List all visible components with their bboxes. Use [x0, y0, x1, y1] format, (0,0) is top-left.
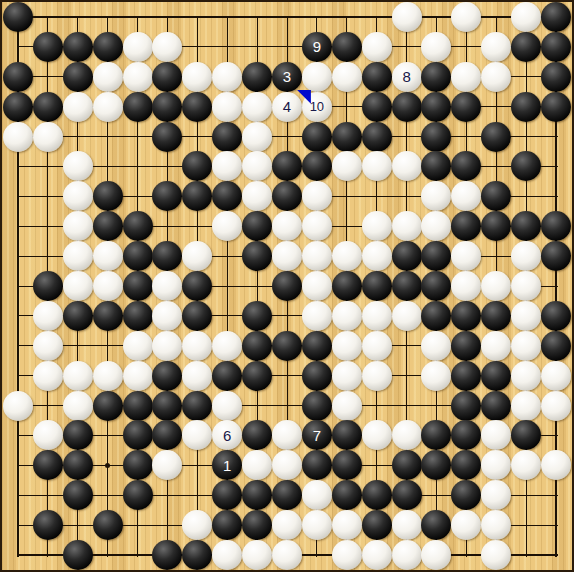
white-stone[interactable]: [332, 510, 362, 540]
move-number-label: 7: [313, 428, 321, 443]
white-stone[interactable]: [182, 361, 212, 391]
black-stone[interactable]: [63, 301, 93, 331]
white-stone[interactable]: [33, 331, 63, 361]
white-stone[interactable]: [212, 391, 242, 421]
black-stone[interactable]: 3: [272, 62, 302, 92]
grid-line-horizontal: [18, 136, 558, 137]
black-stone[interactable]: [481, 301, 511, 331]
black-stone[interactable]: [451, 331, 481, 361]
black-stone[interactable]: [152, 122, 182, 152]
white-stone[interactable]: 4: [272, 92, 302, 122]
black-stone[interactable]: [63, 540, 93, 570]
black-stone[interactable]: [3, 62, 33, 92]
white-stone[interactable]: [332, 391, 362, 421]
white-stone[interactable]: [302, 241, 332, 271]
black-stone[interactable]: [332, 32, 362, 62]
white-stone[interactable]: [302, 480, 332, 510]
black-stone[interactable]: [63, 450, 93, 480]
black-stone[interactable]: [242, 361, 272, 391]
white-stone[interactable]: [392, 540, 422, 570]
black-stone[interactable]: [212, 480, 242, 510]
white-stone[interactable]: [511, 331, 541, 361]
white-stone[interactable]: [451, 2, 481, 32]
black-stone[interactable]: [182, 271, 212, 301]
black-stone[interactable]: [481, 211, 511, 241]
white-stone[interactable]: [93, 271, 123, 301]
white-stone[interactable]: [332, 331, 362, 361]
black-stone[interactable]: [421, 450, 451, 480]
white-stone[interactable]: [272, 420, 302, 450]
black-stone[interactable]: [3, 2, 33, 32]
white-stone[interactable]: [152, 331, 182, 361]
black-stone[interactable]: [451, 211, 481, 241]
black-stone[interactable]: [182, 391, 212, 421]
white-stone[interactable]: [212, 151, 242, 181]
black-stone[interactable]: [302, 361, 332, 391]
black-stone[interactable]: [33, 510, 63, 540]
move-number-label: 1: [223, 458, 231, 473]
white-stone[interactable]: [242, 181, 272, 211]
white-stone[interactable]: [362, 420, 392, 450]
white-stone[interactable]: [421, 32, 451, 62]
black-stone[interactable]: [272, 480, 302, 510]
black-stone[interactable]: [93, 391, 123, 421]
white-stone[interactable]: [302, 510, 332, 540]
white-stone[interactable]: [302, 211, 332, 241]
white-stone[interactable]: [511, 301, 541, 331]
black-stone[interactable]: [332, 122, 362, 152]
black-stone[interactable]: [123, 391, 153, 421]
black-stone[interactable]: [451, 450, 481, 480]
black-stone[interactable]: [272, 271, 302, 301]
go-board[interactable]: 938410671: [0, 0, 574, 572]
black-stone[interactable]: [123, 92, 153, 122]
white-stone[interactable]: [332, 62, 362, 92]
black-stone[interactable]: [511, 92, 541, 122]
white-stone[interactable]: [362, 331, 392, 361]
white-stone[interactable]: [481, 480, 511, 510]
black-stone[interactable]: [63, 32, 93, 62]
black-stone[interactable]: [392, 92, 422, 122]
white-stone[interactable]: [33, 301, 63, 331]
black-stone[interactable]: [33, 92, 63, 122]
black-stone[interactable]: [362, 271, 392, 301]
black-stone[interactable]: [242, 211, 272, 241]
white-stone[interactable]: [481, 540, 511, 570]
white-stone[interactable]: [63, 271, 93, 301]
white-stone[interactable]: [421, 331, 451, 361]
black-stone[interactable]: [242, 480, 272, 510]
black-stone[interactable]: [481, 122, 511, 152]
white-stone[interactable]: [212, 331, 242, 361]
white-stone[interactable]: [93, 361, 123, 391]
black-stone[interactable]: [421, 241, 451, 271]
white-stone[interactable]: [33, 420, 63, 450]
white-stone[interactable]: [421, 181, 451, 211]
black-stone[interactable]: [421, 151, 451, 181]
white-stone[interactable]: [421, 361, 451, 391]
black-stone[interactable]: [392, 241, 422, 271]
white-stone[interactable]: [212, 540, 242, 570]
move-number-label: 4: [283, 99, 291, 114]
black-stone[interactable]: [421, 122, 451, 152]
black-stone[interactable]: [123, 301, 153, 331]
black-stone[interactable]: [123, 271, 153, 301]
black-stone[interactable]: [182, 92, 212, 122]
black-stone[interactable]: [511, 211, 541, 241]
black-stone[interactable]: [392, 480, 422, 510]
white-stone[interactable]: [481, 450, 511, 480]
white-stone[interactable]: [272, 450, 302, 480]
black-stone[interactable]: [152, 241, 182, 271]
black-stone[interactable]: [93, 301, 123, 331]
white-stone[interactable]: [212, 62, 242, 92]
white-stone[interactable]: [242, 92, 272, 122]
black-stone[interactable]: [152, 391, 182, 421]
black-stone[interactable]: [541, 2, 571, 32]
black-stone[interactable]: [541, 331, 571, 361]
white-stone[interactable]: [362, 32, 392, 62]
white-stone[interactable]: [63, 181, 93, 211]
black-stone[interactable]: [302, 122, 332, 152]
white-stone[interactable]: [362, 301, 392, 331]
white-stone[interactable]: [63, 361, 93, 391]
white-stone[interactable]: [272, 211, 302, 241]
black-stone[interactable]: [242, 62, 272, 92]
black-stone[interactable]: [152, 540, 182, 570]
black-stone[interactable]: [332, 450, 362, 480]
black-stone[interactable]: [421, 420, 451, 450]
black-stone[interactable]: [212, 510, 242, 540]
black-stone[interactable]: [451, 92, 481, 122]
move-number-label: 10: [310, 100, 324, 113]
black-stone[interactable]: [451, 361, 481, 391]
black-stone[interactable]: [392, 450, 422, 480]
white-stone[interactable]: [302, 271, 332, 301]
black-stone[interactable]: [541, 211, 571, 241]
black-stone[interactable]: [451, 391, 481, 421]
white-stone[interactable]: [362, 241, 392, 271]
black-stone[interactable]: [182, 301, 212, 331]
black-stone[interactable]: [272, 331, 302, 361]
black-stone[interactable]: [541, 62, 571, 92]
white-stone[interactable]: [451, 181, 481, 211]
black-stone[interactable]: [123, 211, 153, 241]
black-stone[interactable]: [212, 361, 242, 391]
black-stone[interactable]: [152, 92, 182, 122]
white-stone[interactable]: [152, 32, 182, 62]
black-stone[interactable]: [152, 181, 182, 211]
white-stone[interactable]: [123, 32, 153, 62]
black-stone[interactable]: [272, 181, 302, 211]
black-stone[interactable]: [152, 361, 182, 391]
white-stone[interactable]: [123, 331, 153, 361]
black-stone[interactable]: [421, 62, 451, 92]
black-stone[interactable]: [362, 480, 392, 510]
black-stone[interactable]: [242, 331, 272, 361]
black-stone[interactable]: [362, 62, 392, 92]
white-stone[interactable]: [332, 151, 362, 181]
white-stone[interactable]: [541, 450, 571, 480]
black-stone[interactable]: [182, 151, 212, 181]
white-stone[interactable]: [272, 540, 302, 570]
white-stone[interactable]: [63, 391, 93, 421]
black-stone[interactable]: [511, 32, 541, 62]
black-stone[interactable]: [302, 331, 332, 361]
black-stone[interactable]: [451, 301, 481, 331]
black-stone[interactable]: [3, 92, 33, 122]
white-stone[interactable]: [541, 361, 571, 391]
move-number-label: 3: [283, 69, 291, 84]
black-stone[interactable]: [242, 301, 272, 331]
black-stone[interactable]: 7: [302, 420, 332, 450]
black-stone[interactable]: [152, 62, 182, 92]
white-stone[interactable]: [242, 122, 272, 152]
white-stone[interactable]: [481, 62, 511, 92]
white-stone[interactable]: [3, 122, 33, 152]
white-stone[interactable]: [332, 241, 362, 271]
black-stone[interactable]: [481, 181, 511, 211]
black-stone[interactable]: [123, 480, 153, 510]
black-stone[interactable]: [242, 510, 272, 540]
black-stone[interactable]: [33, 271, 63, 301]
black-stone[interactable]: [302, 151, 332, 181]
black-stone[interactable]: [541, 92, 571, 122]
go-game-screenshot: 938410671: [0, 0, 574, 572]
black-stone[interactable]: [451, 420, 481, 450]
white-stone[interactable]: [212, 92, 242, 122]
white-stone[interactable]: [451, 241, 481, 271]
white-stone[interactable]: [362, 540, 392, 570]
white-stone[interactable]: [3, 391, 33, 421]
white-stone[interactable]: 6: [212, 420, 242, 450]
white-stone[interactable]: [272, 510, 302, 540]
white-stone[interactable]: [63, 241, 93, 271]
white-stone[interactable]: [302, 301, 332, 331]
black-stone[interactable]: [421, 92, 451, 122]
white-stone[interactable]: [242, 450, 272, 480]
black-stone[interactable]: [332, 271, 362, 301]
white-stone[interactable]: [182, 331, 212, 361]
white-stone[interactable]: [451, 62, 481, 92]
black-stone[interactable]: [123, 241, 153, 271]
white-stone[interactable]: [451, 271, 481, 301]
white-stone[interactable]: [392, 2, 422, 32]
black-stone[interactable]: [272, 151, 302, 181]
white-stone[interactable]: [362, 211, 392, 241]
white-stone[interactable]: [541, 391, 571, 421]
white-stone[interactable]: [511, 271, 541, 301]
black-stone[interactable]: [362, 92, 392, 122]
white-stone[interactable]: [302, 181, 332, 211]
move-number-label: 6: [223, 428, 231, 443]
black-stone[interactable]: [362, 122, 392, 152]
black-stone[interactable]: [93, 510, 123, 540]
white-stone[interactable]: [392, 151, 422, 181]
white-stone[interactable]: [362, 361, 392, 391]
white-stone[interactable]: [511, 2, 541, 32]
white-stone[interactable]: [302, 62, 332, 92]
white-stone[interactable]: [212, 211, 242, 241]
move-number-label: 8: [402, 69, 410, 84]
white-stone[interactable]: [182, 420, 212, 450]
white-stone[interactable]: [242, 151, 272, 181]
black-stone[interactable]: [541, 32, 571, 62]
white-stone[interactable]: [152, 450, 182, 480]
white-stone[interactable]: [152, 271, 182, 301]
black-stone[interactable]: [33, 450, 63, 480]
white-stone[interactable]: [63, 92, 93, 122]
white-stone[interactable]: [421, 540, 451, 570]
black-stone[interactable]: [182, 181, 212, 211]
black-stone[interactable]: [481, 391, 511, 421]
black-stone[interactable]: [332, 420, 362, 450]
black-stone[interactable]: [93, 181, 123, 211]
white-stone[interactable]: [123, 62, 153, 92]
black-stone[interactable]: [451, 151, 481, 181]
white-stone[interactable]: [392, 510, 422, 540]
black-stone[interactable]: [392, 271, 422, 301]
black-stone[interactable]: [123, 450, 153, 480]
white-stone[interactable]: 8: [392, 62, 422, 92]
white-stone[interactable]: [272, 241, 302, 271]
white-stone[interactable]: [93, 62, 123, 92]
white-stone[interactable]: [392, 211, 422, 241]
black-stone[interactable]: [332, 480, 362, 510]
black-stone[interactable]: [511, 420, 541, 450]
black-stone[interactable]: [212, 122, 242, 152]
black-stone[interactable]: [541, 301, 571, 331]
white-stone[interactable]: [242, 540, 272, 570]
white-stone[interactable]: [332, 301, 362, 331]
white-stone[interactable]: [481, 32, 511, 62]
move-number-label: 9: [313, 39, 321, 54]
black-stone[interactable]: [63, 420, 93, 450]
white-stone[interactable]: [182, 62, 212, 92]
black-stone[interactable]: [152, 420, 182, 450]
black-stone[interactable]: [33, 32, 63, 62]
white-stone[interactable]: [481, 420, 511, 450]
black-stone[interactable]: [93, 211, 123, 241]
black-stone[interactable]: [421, 271, 451, 301]
black-stone[interactable]: [242, 420, 272, 450]
black-stone[interactable]: [541, 241, 571, 271]
black-stone[interactable]: [212, 181, 242, 211]
black-stone[interactable]: [421, 301, 451, 331]
white-stone[interactable]: [392, 301, 422, 331]
white-stone[interactable]: [33, 361, 63, 391]
black-stone[interactable]: [242, 241, 272, 271]
star-point: [105, 463, 110, 468]
black-stone[interactable]: [63, 480, 93, 510]
black-stone[interactable]: [302, 450, 332, 480]
black-stone[interactable]: [511, 151, 541, 181]
white-stone[interactable]: [421, 211, 451, 241]
black-stone[interactable]: [123, 420, 153, 450]
white-stone[interactable]: [511, 361, 541, 391]
white-stone[interactable]: [332, 540, 362, 570]
black-stone[interactable]: 9: [302, 32, 332, 62]
white-stone[interactable]: [93, 92, 123, 122]
white-stone[interactable]: [182, 241, 212, 271]
black-stone[interactable]: [451, 480, 481, 510]
white-stone[interactable]: [123, 361, 153, 391]
white-stone[interactable]: [481, 271, 511, 301]
white-stone[interactable]: [63, 211, 93, 241]
white-stone[interactable]: [93, 241, 123, 271]
black-stone[interactable]: [182, 540, 212, 570]
white-stone[interactable]: [392, 420, 422, 450]
white-stone[interactable]: [182, 510, 212, 540]
white-stone[interactable]: [152, 301, 182, 331]
white-stone[interactable]: [511, 391, 541, 421]
black-stone[interactable]: [302, 391, 332, 421]
white-stone[interactable]: [451, 510, 481, 540]
white-stone[interactable]: [481, 510, 511, 540]
black-stone[interactable]: [421, 510, 451, 540]
white-stone[interactable]: [511, 450, 541, 480]
black-stone[interactable]: [481, 361, 511, 391]
white-stone[interactable]: [63, 151, 93, 181]
white-stone[interactable]: [33, 122, 63, 152]
white-stone[interactable]: [511, 241, 541, 271]
black-stone[interactable]: 1: [212, 450, 242, 480]
black-stone[interactable]: [362, 510, 392, 540]
white-stone[interactable]: [481, 331, 511, 361]
black-stone[interactable]: [93, 32, 123, 62]
black-stone[interactable]: [63, 62, 93, 92]
white-stone[interactable]: [362, 151, 392, 181]
white-stone[interactable]: [332, 361, 362, 391]
